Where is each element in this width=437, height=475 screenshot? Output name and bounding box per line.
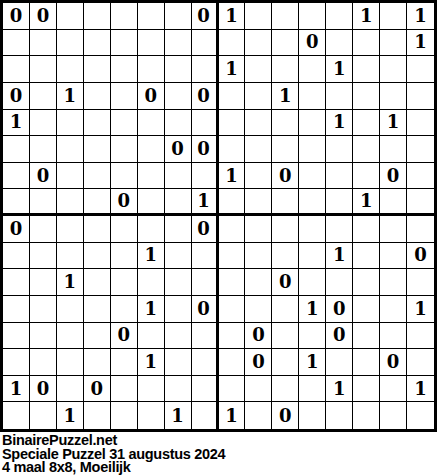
cell-r11c6-empty[interactable] — [138, 269, 165, 296]
cell-r6c6-empty[interactable] — [138, 136, 165, 163]
cell-r5c5-empty[interactable] — [111, 110, 138, 137]
cell-r10c8-empty[interactable] — [192, 243, 219, 270]
cell-r9c6-empty[interactable] — [138, 216, 165, 243]
cell-r7c6-empty[interactable] — [138, 163, 165, 190]
cell-r8c13-empty[interactable] — [326, 189, 353, 216]
cell-r4c16-empty[interactable] — [407, 83, 434, 110]
cell-r16c11-given: 0 — [272, 402, 299, 429]
cell-r16c9-given: 1 — [219, 402, 246, 429]
cell-r6c16-empty[interactable] — [407, 136, 434, 163]
cell-r9c10-empty[interactable] — [245, 216, 272, 243]
cell-r10c12-empty[interactable] — [299, 243, 326, 270]
cell-r14c15-given: 0 — [380, 349, 407, 376]
cell-r12c13-given: 0 — [326, 296, 353, 323]
cell-r12c8-given: 0 — [192, 296, 219, 323]
cell-r5c8-empty[interactable] — [192, 110, 219, 137]
cell-r2c13-empty[interactable] — [326, 30, 353, 57]
cell-r16c14-empty[interactable] — [353, 402, 380, 429]
cell-r5c6-empty[interactable] — [138, 110, 165, 137]
cell-r5c16-empty[interactable] — [407, 110, 434, 137]
cell-r5c3-empty[interactable] — [57, 110, 84, 137]
cell-r13c9-empty[interactable] — [219, 323, 246, 350]
cell-r9c8-given: 0 — [192, 216, 219, 243]
cell-r1c12-empty[interactable] — [299, 3, 326, 30]
cell-r9c5-empty[interactable] — [111, 216, 138, 243]
cell-r3c7-empty[interactable] — [165, 56, 192, 83]
cell-r11c16-empty[interactable] — [407, 269, 434, 296]
cell-r13c11-empty[interactable] — [272, 323, 299, 350]
cell-r12c4-empty[interactable] — [84, 296, 111, 323]
cell-r13c5-given: 0 — [111, 323, 138, 350]
cell-r13c7-empty[interactable] — [165, 323, 192, 350]
cell-r16c3-given: 1 — [57, 402, 84, 429]
cell-r5c4-empty[interactable] — [84, 110, 111, 137]
cell-r5c15-given: 1 — [380, 110, 407, 137]
cell-r2c4-empty[interactable] — [84, 30, 111, 57]
cell-r14c8-empty[interactable] — [192, 349, 219, 376]
cell-r3c3-empty[interactable] — [57, 56, 84, 83]
cell-r2c15-empty[interactable] — [380, 30, 407, 57]
cell-r7c8-empty[interactable] — [192, 163, 219, 190]
cell-r12c12-given: 1 — [299, 296, 326, 323]
cell-r5c10-empty[interactable] — [245, 110, 272, 137]
cell-r2c5-empty[interactable] — [111, 30, 138, 57]
cell-r1c9-given: 1 — [219, 3, 246, 30]
cell-r1c4-empty[interactable] — [84, 3, 111, 30]
cell-r3c8-empty[interactable] — [192, 56, 219, 83]
cell-r2c2-empty[interactable] — [30, 30, 57, 57]
cell-r2c6-empty[interactable] — [138, 30, 165, 57]
cell-r11c13-empty[interactable] — [326, 269, 353, 296]
cell-r5c2-empty[interactable] — [30, 110, 57, 137]
cell-r1c8-given: 0 — [192, 3, 219, 30]
cell-r1c16-given: 1 — [407, 3, 434, 30]
cell-r14c2-empty[interactable] — [30, 349, 57, 376]
cell-r7c10-empty[interactable] — [245, 163, 272, 190]
cell-r10c7-empty[interactable] — [165, 243, 192, 270]
cell-r9c12-empty[interactable] — [299, 216, 326, 243]
cell-r4c10-empty[interactable] — [245, 83, 272, 110]
cell-r4c11-given: 1 — [272, 83, 299, 110]
cell-r1c10-empty[interactable] — [245, 3, 272, 30]
cell-r9c4-empty[interactable] — [84, 216, 111, 243]
cell-r7c4-empty[interactable] — [84, 163, 111, 190]
cell-r16c6-empty[interactable] — [138, 402, 165, 429]
cell-r8c9-empty[interactable] — [219, 189, 246, 216]
cell-r5c14-empty[interactable] — [353, 110, 380, 137]
cell-r10c5-empty[interactable] — [111, 243, 138, 270]
cell-r10c6-given: 1 — [138, 243, 165, 270]
cell-r12c1-empty[interactable] — [3, 296, 30, 323]
cell-r11c7-empty[interactable] — [165, 269, 192, 296]
footer: BinairePuzzel.net Speciale Puzzel 31 aug… — [0, 432, 437, 475]
cell-r4c7-empty[interactable] — [165, 83, 192, 110]
cell-r14c12-given: 1 — [299, 349, 326, 376]
cell-r11c2-empty[interactable] — [30, 269, 57, 296]
cell-r6c14-empty[interactable] — [353, 136, 380, 163]
cell-r8c1-empty[interactable] — [3, 189, 30, 216]
cell-r8c15-empty[interactable] — [380, 189, 407, 216]
cell-r16c7-given: 1 — [165, 402, 192, 429]
cell-r7c14-empty[interactable] — [353, 163, 380, 190]
cell-r16c4-empty[interactable] — [84, 402, 111, 429]
cell-r2c12-given: 0 — [299, 30, 326, 57]
cell-r10c10-empty[interactable] — [245, 243, 272, 270]
cell-r15c2-given: 0 — [30, 376, 57, 403]
cell-r5c1-given: 1 — [3, 110, 30, 137]
cell-r14c1-empty[interactable] — [3, 349, 30, 376]
cell-r6c13-empty[interactable] — [326, 136, 353, 163]
cell-r7c15-given: 0 — [380, 163, 407, 190]
cell-r4c14-empty[interactable] — [353, 83, 380, 110]
cell-r6c9-empty[interactable] — [219, 136, 246, 163]
cell-r3c9-given: 1 — [219, 56, 246, 83]
cell-r7c16-empty[interactable] — [407, 163, 434, 190]
cell-r3c10-empty[interactable] — [245, 56, 272, 83]
cell-r3c14-empty[interactable] — [353, 56, 380, 83]
cell-r4c13-empty[interactable] — [326, 83, 353, 110]
cell-r13c14-empty[interactable] — [353, 323, 380, 350]
cell-r13c1-empty[interactable] — [3, 323, 30, 350]
cell-r6c8-given: 0 — [192, 136, 219, 163]
cell-r10c2-empty[interactable] — [30, 243, 57, 270]
cell-r12c10-empty[interactable] — [245, 296, 272, 323]
cell-r9c7-empty[interactable] — [165, 216, 192, 243]
cell-r10c9-empty[interactable] — [219, 243, 246, 270]
cell-r10c1-empty[interactable] — [3, 243, 30, 270]
cell-r15c15-empty[interactable] — [380, 376, 407, 403]
cell-r13c3-empty[interactable] — [57, 323, 84, 350]
cell-r9c1-given: 0 — [3, 216, 30, 243]
cell-r9c14-empty[interactable] — [353, 216, 380, 243]
cell-r16c15-empty[interactable] — [380, 402, 407, 429]
cell-r2c8-empty[interactable] — [192, 30, 219, 57]
cell-r1c7-empty[interactable] — [165, 3, 192, 30]
cell-r16c1-empty[interactable] — [3, 402, 30, 429]
cell-r15c7-empty[interactable] — [165, 376, 192, 403]
cell-r11c3-given: 1 — [57, 269, 84, 296]
cell-r12c3-empty[interactable] — [57, 296, 84, 323]
cell-r10c13-given: 1 — [326, 243, 353, 270]
cell-r8c2-empty[interactable] — [30, 189, 57, 216]
cell-r16c8-empty[interactable] — [192, 402, 219, 429]
cell-r6c1-empty[interactable] — [3, 136, 30, 163]
cell-r12c11-empty[interactable] — [272, 296, 299, 323]
cell-r4c8-given: 0 — [192, 83, 219, 110]
cell-r13c2-empty[interactable] — [30, 323, 57, 350]
cell-r5c7-empty[interactable] — [165, 110, 192, 137]
cell-r13c4-empty[interactable] — [84, 323, 111, 350]
cell-r13c15-empty[interactable] — [380, 323, 407, 350]
cell-r1c3-empty[interactable] — [57, 3, 84, 30]
cell-r11c1-empty[interactable] — [3, 269, 30, 296]
cell-r11c10-empty[interactable] — [245, 269, 272, 296]
cell-r11c9-empty[interactable] — [219, 269, 246, 296]
cell-r9c11-empty[interactable] — [272, 216, 299, 243]
cell-r3c11-empty[interactable] — [272, 56, 299, 83]
cell-r1c15-empty[interactable] — [380, 3, 407, 30]
cell-r14c11-empty[interactable] — [272, 349, 299, 376]
cell-r12c2-empty[interactable] — [30, 296, 57, 323]
cell-r5c9-empty[interactable] — [219, 110, 246, 137]
cell-r4c6-given: 0 — [138, 83, 165, 110]
cell-r5c12-empty[interactable] — [299, 110, 326, 137]
cell-r9c2-empty[interactable] — [30, 216, 57, 243]
cell-r15c8-empty[interactable] — [192, 376, 219, 403]
cell-r2c1-empty[interactable] — [3, 30, 30, 57]
cell-r11c12-empty[interactable] — [299, 269, 326, 296]
cell-r15c14-empty[interactable] — [353, 376, 380, 403]
cell-r9c9-empty[interactable] — [219, 216, 246, 243]
cell-r2c7-empty[interactable] — [165, 30, 192, 57]
cell-r10c3-empty[interactable] — [57, 243, 84, 270]
cell-r3c13-given: 1 — [326, 56, 353, 83]
cell-r6c12-empty[interactable] — [299, 136, 326, 163]
cell-r7c12-empty[interactable] — [299, 163, 326, 190]
cell-r4c3-given: 1 — [57, 83, 84, 110]
cell-r7c7-empty[interactable] — [165, 163, 192, 190]
cell-r7c13-empty[interactable] — [326, 163, 353, 190]
cell-r4c2-empty[interactable] — [30, 83, 57, 110]
cell-r4c12-empty[interactable] — [299, 83, 326, 110]
cell-r9c15-empty[interactable] — [380, 216, 407, 243]
cell-r12c14-empty[interactable] — [353, 296, 380, 323]
cell-r6c2-empty[interactable] — [30, 136, 57, 163]
cell-r8c7-empty[interactable] — [165, 189, 192, 216]
cell-r15c12-empty[interactable] — [299, 376, 326, 403]
cell-r14c5-empty[interactable] — [111, 349, 138, 376]
cell-r7c11-given: 0 — [272, 163, 299, 190]
cell-r6c10-empty[interactable] — [245, 136, 272, 163]
cell-r8c11-empty[interactable] — [272, 189, 299, 216]
cell-r13c13-given: 0 — [326, 323, 353, 350]
binary-puzzle-board: 0001110111010011110001000110011010101010… — [0, 0, 437, 432]
cell-r7c1-empty[interactable] — [3, 163, 30, 190]
cell-r12c7-empty[interactable] — [165, 296, 192, 323]
cell-r11c8-empty[interactable] — [192, 269, 219, 296]
cell-r7c2-given: 0 — [30, 163, 57, 190]
cell-r9c13-empty[interactable] — [326, 216, 353, 243]
cell-r4c9-empty[interactable] — [219, 83, 246, 110]
cell-r5c13-given: 1 — [326, 110, 353, 137]
cell-r16c2-empty[interactable] — [30, 402, 57, 429]
cell-r6c7-given: 0 — [165, 136, 192, 163]
cell-r15c9-empty[interactable] — [219, 376, 246, 403]
cell-r8c5-given: 0 — [111, 189, 138, 216]
cell-r15c13-given: 1 — [326, 376, 353, 403]
cell-r8c16-empty[interactable] — [407, 189, 434, 216]
cell-r8c3-empty[interactable] — [57, 189, 84, 216]
cell-r13c16-empty[interactable] — [407, 323, 434, 350]
cell-r3c2-empty[interactable] — [30, 56, 57, 83]
cell-r2c9-empty[interactable] — [219, 30, 246, 57]
cell-r16c13-empty[interactable] — [326, 402, 353, 429]
cell-r12c9-empty[interactable] — [219, 296, 246, 323]
cell-r14c14-empty[interactable] — [353, 349, 380, 376]
cell-r3c6-empty[interactable] — [138, 56, 165, 83]
cell-r11c5-empty[interactable] — [111, 269, 138, 296]
cell-r15c10-empty[interactable] — [245, 376, 272, 403]
cell-r1c11-empty[interactable] — [272, 3, 299, 30]
cell-r2c3-empty[interactable] — [57, 30, 84, 57]
cell-r7c3-empty[interactable] — [57, 163, 84, 190]
cell-r2c11-empty[interactable] — [272, 30, 299, 57]
cell-r1c1-given: 0 — [3, 3, 30, 30]
cell-r7c5-empty[interactable] — [111, 163, 138, 190]
cell-r2c16-given: 1 — [407, 30, 434, 57]
cell-r15c5-empty[interactable] — [111, 376, 138, 403]
cell-r3c15-empty[interactable] — [380, 56, 407, 83]
cell-r14c16-empty[interactable] — [407, 349, 434, 376]
cell-r8c10-empty[interactable] — [245, 189, 272, 216]
cell-r6c5-empty[interactable] — [111, 136, 138, 163]
cell-r8c12-empty[interactable] — [299, 189, 326, 216]
cell-r12c15-empty[interactable] — [380, 296, 407, 323]
puzzle-info: 4 maal 8x8, Moeilijk — [2, 461, 437, 475]
cell-r10c15-empty[interactable] — [380, 243, 407, 270]
cell-r4c1-given: 0 — [3, 83, 30, 110]
cell-r11c14-empty[interactable] — [353, 269, 380, 296]
cell-r11c4-empty[interactable] — [84, 269, 111, 296]
cell-r14c10-given: 0 — [245, 349, 272, 376]
cell-r16c12-empty[interactable] — [299, 402, 326, 429]
cell-r3c1-empty[interactable] — [3, 56, 30, 83]
cell-r8c14-given: 1 — [353, 189, 380, 216]
cell-r3c12-empty[interactable] — [299, 56, 326, 83]
cell-r16c16-empty[interactable] — [407, 402, 434, 429]
cell-r15c6-empty[interactable] — [138, 376, 165, 403]
cell-r6c15-empty[interactable] — [380, 136, 407, 163]
cell-r10c16-given: 0 — [407, 243, 434, 270]
cell-r4c15-empty[interactable] — [380, 83, 407, 110]
cell-r8c4-empty[interactable] — [84, 189, 111, 216]
cell-r12c16-given: 1 — [407, 296, 434, 323]
cell-r1c6-empty[interactable] — [138, 3, 165, 30]
cell-r6c3-empty[interactable] — [57, 136, 84, 163]
cell-r9c3-empty[interactable] — [57, 216, 84, 243]
cell-r4c4-empty[interactable] — [84, 83, 111, 110]
cell-r10c4-empty[interactable] — [84, 243, 111, 270]
cell-r4c5-empty[interactable] — [111, 83, 138, 110]
cell-r8c8-given: 1 — [192, 189, 219, 216]
cell-r1c13-empty[interactable] — [326, 3, 353, 30]
cell-r2c14-empty[interactable] — [353, 30, 380, 57]
cell-r1c5-empty[interactable] — [111, 3, 138, 30]
cell-r15c11-empty[interactable] — [272, 376, 299, 403]
cell-r14c6-given: 1 — [138, 349, 165, 376]
cell-r7c9-given: 1 — [219, 163, 246, 190]
cell-r2c10-empty[interactable] — [245, 30, 272, 57]
cell-r13c8-empty[interactable] — [192, 323, 219, 350]
cell-r3c5-empty[interactable] — [111, 56, 138, 83]
cell-r16c5-empty[interactable] — [111, 402, 138, 429]
cell-r14c7-empty[interactable] — [165, 349, 192, 376]
cell-r13c6-empty[interactable] — [138, 323, 165, 350]
cell-r3c16-empty[interactable] — [407, 56, 434, 83]
cell-r5c11-empty[interactable] — [272, 110, 299, 137]
cell-r6c4-empty[interactable] — [84, 136, 111, 163]
cell-r12c5-empty[interactable] — [111, 296, 138, 323]
cell-r15c1-given: 1 — [3, 376, 30, 403]
cell-r12c6-given: 1 — [138, 296, 165, 323]
cell-r1c14-given: 1 — [353, 3, 380, 30]
cell-r10c11-empty[interactable] — [272, 243, 299, 270]
cell-r6c11-empty[interactable] — [272, 136, 299, 163]
cell-r9c16-empty[interactable] — [407, 216, 434, 243]
cell-r15c3-empty[interactable] — [57, 376, 84, 403]
cell-r14c3-empty[interactable] — [57, 349, 84, 376]
cell-r14c13-empty[interactable] — [326, 349, 353, 376]
cell-r1c2-given: 0 — [30, 3, 57, 30]
cell-r11c11-given: 0 — [272, 269, 299, 296]
cell-r13c12-empty[interactable] — [299, 323, 326, 350]
cell-r8c6-empty[interactable] — [138, 189, 165, 216]
puzzle-sheet: 0001110111010011110001000110011010101010… — [0, 0, 437, 475]
cell-r15c4-given: 0 — [84, 376, 111, 403]
cell-r15c16-given: 1 — [407, 376, 434, 403]
cell-r14c9-empty[interactable] — [219, 349, 246, 376]
cell-r13c10-given: 0 — [245, 323, 272, 350]
cell-r14c4-empty[interactable] — [84, 349, 111, 376]
cell-r10c14-empty[interactable] — [353, 243, 380, 270]
cell-r16c10-empty[interactable] — [245, 402, 272, 429]
cell-r3c4-empty[interactable] — [84, 56, 111, 83]
cell-r11c15-empty[interactable] — [380, 269, 407, 296]
